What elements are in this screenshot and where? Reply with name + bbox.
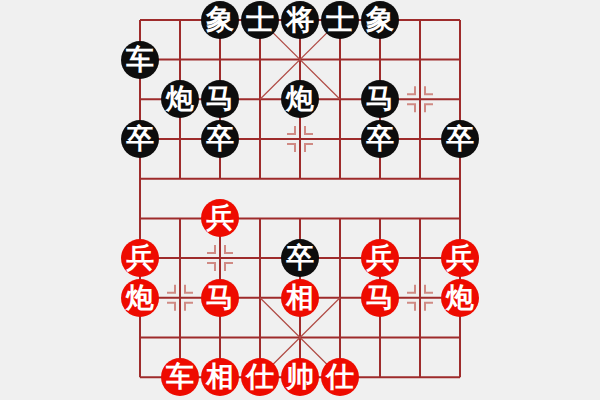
piece-black-cannon[interactable]: 炮 — [281, 80, 319, 118]
piece-black-general[interactable]: 将 — [281, 1, 319, 39]
piece-black-pawn[interactable]: 卒 — [201, 120, 239, 158]
piece-black-horse[interactable]: 马 — [361, 80, 399, 118]
piece-black-pawn[interactable]: 卒 — [361, 120, 399, 158]
piece-black-elephant[interactable]: 象 — [361, 1, 399, 39]
piece-black-pawn[interactable]: 卒 — [281, 239, 319, 277]
piece-red-elephant[interactable]: 相 — [281, 279, 319, 317]
piece-black-horse[interactable]: 马 — [201, 80, 239, 118]
piece-red-rook[interactable]: 车 — [161, 358, 199, 396]
piece-black-cannon[interactable]: 炮 — [161, 80, 199, 118]
piece-red-advisor[interactable]: 仕 — [321, 358, 359, 396]
piece-red-pawn[interactable]: 兵 — [201, 199, 239, 237]
piece-black-advisor[interactable]: 士 — [241, 1, 279, 39]
piece-black-elephant[interactable]: 象 — [201, 1, 239, 39]
xiangqi-board: 象士将士象车炮马炮马卒卒卒卒卒兵兵兵兵炮马相马炮车相仕帅仕 — [120, 0, 480, 397]
piece-red-cannon[interactable]: 炮 — [121, 279, 159, 317]
piece-red-general[interactable]: 帅 — [281, 358, 319, 396]
piece-red-pawn[interactable]: 兵 — [361, 239, 399, 277]
piece-red-advisor[interactable]: 仕 — [241, 358, 279, 396]
piece-red-cannon[interactable]: 炮 — [441, 279, 479, 317]
piece-black-advisor[interactable]: 士 — [321, 1, 359, 39]
piece-red-horse[interactable]: 马 — [201, 279, 239, 317]
piece-red-pawn[interactable]: 兵 — [121, 239, 159, 277]
piece-red-horse[interactable]: 马 — [361, 279, 399, 317]
piece-black-pawn[interactable]: 卒 — [441, 120, 479, 158]
piece-black-pawn[interactable]: 卒 — [121, 120, 159, 158]
app-background: 象士将士象车炮马炮马卒卒卒卒卒兵兵兵兵炮马相马炮车相仕帅仕 — [0, 0, 600, 400]
piece-red-elephant[interactable]: 相 — [201, 358, 239, 396]
piece-red-pawn[interactable]: 兵 — [441, 239, 479, 277]
piece-black-rook[interactable]: 车 — [121, 41, 159, 79]
